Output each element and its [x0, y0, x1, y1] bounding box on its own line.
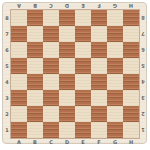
rank-labels-right: 87654321	[139, 10, 147, 138]
rank-label-left-6: 6	[3, 42, 11, 58]
square-h4[interactable]	[123, 74, 139, 90]
square-c6[interactable]	[43, 42, 59, 58]
square-f3[interactable]	[91, 90, 107, 106]
square-d4[interactable]	[59, 74, 75, 90]
square-d2[interactable]	[59, 106, 75, 122]
square-h6[interactable]	[123, 42, 139, 58]
rank-label-right-2: 2	[139, 106, 147, 122]
rank-label-right-5: 5	[139, 58, 147, 74]
page-background: { "game": "chess", "position": { "fen": …	[0, 0, 150, 150]
rank-labels-left: 87654321	[3, 10, 11, 138]
square-h3[interactable]	[123, 90, 139, 106]
square-h5[interactable]	[123, 58, 139, 74]
square-b2[interactable]	[27, 106, 43, 122]
square-e4[interactable]	[75, 74, 91, 90]
rank-label-left-1: 1	[3, 122, 11, 138]
rank-label-left-5: 5	[3, 58, 11, 74]
square-h1[interactable]	[123, 122, 139, 138]
board-grid	[11, 10, 139, 138]
square-f6[interactable]	[91, 42, 107, 58]
square-d7[interactable]	[59, 26, 75, 42]
square-b6[interactable]	[27, 42, 43, 58]
file-label-top-d: D	[59, 3, 75, 10]
square-f5[interactable]	[91, 58, 107, 74]
chess-board: ABCDEFGH ABCDEFGH 87654321 87654321	[2, 2, 147, 144]
square-e8[interactable]	[75, 10, 91, 26]
file-label-top-f: F	[91, 3, 107, 10]
file-label-bottom-d: D	[59, 138, 75, 145]
square-d1[interactable]	[59, 122, 75, 138]
square-c2[interactable]	[43, 106, 59, 122]
square-a3[interactable]	[11, 90, 27, 106]
square-d8[interactable]	[59, 10, 75, 26]
file-label-bottom-g: G	[107, 138, 123, 145]
square-g1[interactable]	[107, 122, 123, 138]
rank-label-right-6: 6	[139, 42, 147, 58]
square-g5[interactable]	[107, 58, 123, 74]
file-label-top-e: E	[75, 3, 91, 10]
square-e2[interactable]	[75, 106, 91, 122]
file-label-top-c: C	[43, 3, 59, 10]
square-f7[interactable]	[91, 26, 107, 42]
file-label-bottom-h: H	[123, 138, 139, 145]
square-f8[interactable]	[91, 10, 107, 26]
square-a5[interactable]	[11, 58, 27, 74]
rank-label-right-1: 1	[139, 122, 147, 138]
square-f2[interactable]	[91, 106, 107, 122]
square-b5[interactable]	[27, 58, 43, 74]
square-b7[interactable]	[27, 26, 43, 42]
square-a6[interactable]	[11, 42, 27, 58]
rank-label-left-7: 7	[3, 26, 11, 42]
square-g3[interactable]	[107, 90, 123, 106]
square-g8[interactable]	[107, 10, 123, 26]
square-d6[interactable]	[59, 42, 75, 58]
square-b3[interactable]	[27, 90, 43, 106]
square-c7[interactable]	[43, 26, 59, 42]
square-g4[interactable]	[107, 74, 123, 90]
square-c1[interactable]	[43, 122, 59, 138]
rank-label-right-8: 8	[139, 10, 147, 26]
rank-label-left-3: 3	[3, 90, 11, 106]
file-label-bottom-b: B	[27, 138, 43, 145]
file-label-top-g: G	[107, 3, 123, 10]
square-a2[interactable]	[11, 106, 27, 122]
square-a8[interactable]	[11, 10, 27, 26]
square-b1[interactable]	[27, 122, 43, 138]
square-h2[interactable]	[123, 106, 139, 122]
square-e7[interactable]	[75, 26, 91, 42]
square-e1[interactable]	[75, 122, 91, 138]
square-g2[interactable]	[107, 106, 123, 122]
rank-label-right-7: 7	[139, 26, 147, 42]
file-label-top-h: H	[123, 3, 139, 10]
square-a1[interactable]	[11, 122, 27, 138]
rank-label-left-2: 2	[3, 106, 11, 122]
file-label-bottom-a: A	[11, 138, 27, 145]
square-c5[interactable]	[43, 58, 59, 74]
rank-label-right-4: 4	[139, 74, 147, 90]
square-a7[interactable]	[11, 26, 27, 42]
file-label-bottom-f: F	[91, 138, 107, 145]
square-f1[interactable]	[91, 122, 107, 138]
square-c3[interactable]	[43, 90, 59, 106]
square-d3[interactable]	[59, 90, 75, 106]
square-d5[interactable]	[59, 58, 75, 74]
file-label-bottom-c: C	[43, 138, 59, 145]
rank-label-left-4: 4	[3, 74, 11, 90]
square-h7[interactable]	[123, 26, 139, 42]
file-label-top-b: B	[27, 3, 43, 10]
square-e3[interactable]	[75, 90, 91, 106]
file-labels-top: ABCDEFGH	[11, 3, 139, 10]
square-b4[interactable]	[27, 74, 43, 90]
file-label-bottom-e: E	[75, 138, 91, 145]
square-c4[interactable]	[43, 74, 59, 90]
square-g6[interactable]	[107, 42, 123, 58]
rank-label-right-3: 3	[139, 90, 147, 106]
square-h8[interactable]	[123, 10, 139, 26]
square-b8[interactable]	[27, 10, 43, 26]
file-label-top-a: A	[11, 3, 27, 10]
rank-label-left-8: 8	[3, 10, 11, 26]
square-e5[interactable]	[75, 58, 91, 74]
square-c8[interactable]	[43, 10, 59, 26]
file-labels-bottom: ABCDEFGH	[11, 138, 139, 145]
square-f4[interactable]	[91, 74, 107, 90]
square-e6[interactable]	[75, 42, 91, 58]
square-a4[interactable]	[11, 74, 27, 90]
square-g7[interactable]	[107, 26, 123, 42]
